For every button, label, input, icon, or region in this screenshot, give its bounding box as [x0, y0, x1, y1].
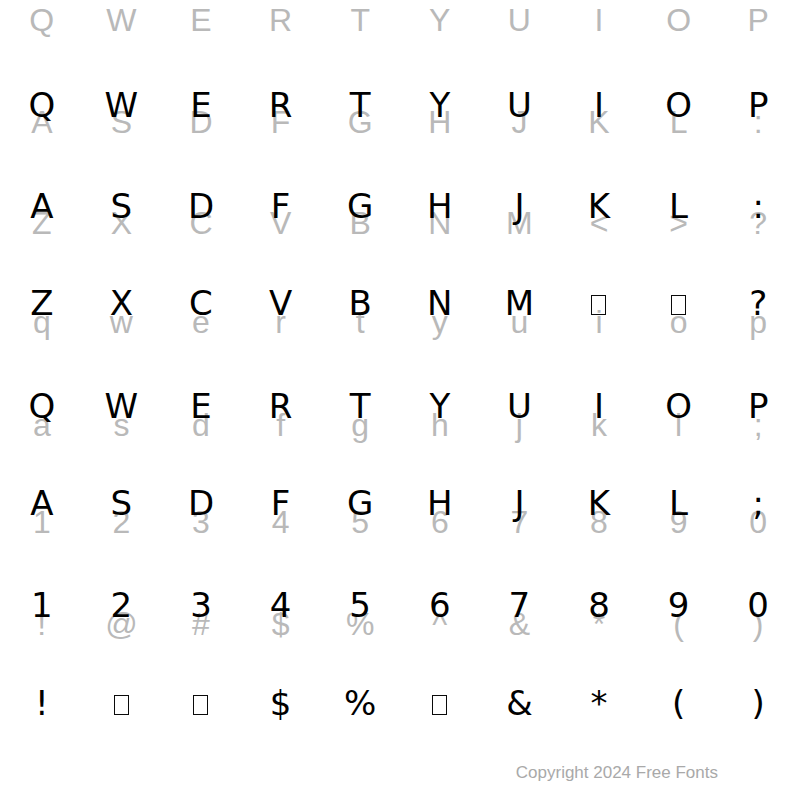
font-glyph-cell: & [480, 683, 560, 723]
font-glyph-cell: 6 [400, 585, 480, 625]
font-glyph-cell: Z [2, 283, 82, 323]
font-glyph-cell: 0 [718, 585, 798, 625]
font-glyph-cell: P [718, 85, 798, 125]
font-glyph-cell: L [639, 483, 719, 523]
font-glyph-cell: X [82, 283, 162, 323]
missing-glyph-cell [400, 683, 480, 723]
font-glyph-cell: 2 [82, 585, 162, 625]
font-glyph-cell: ( [639, 683, 719, 723]
font-glyph-cell: R [241, 386, 321, 426]
font-glyph-cell: 3 [161, 585, 241, 625]
font-glyph-cell: P [718, 386, 798, 426]
glyph-row-4: QWERTYUIOP [2, 386, 798, 426]
font-glyph-cell: E [161, 386, 241, 426]
font-glyph-cell: C [161, 283, 241, 323]
missing-glyph-cell [559, 283, 639, 323]
font-glyph-cell: Y [400, 85, 480, 125]
font-glyph-cell: Q [2, 386, 82, 426]
font-glyph-cell: 1 [2, 585, 82, 625]
font-glyph-cell: S [82, 186, 162, 226]
font-glyph-cell: H [400, 186, 480, 226]
font-glyph-cell: L [639, 186, 719, 226]
font-glyph-cell: G [320, 483, 400, 523]
glyph-row-7: !$%&*() [2, 683, 798, 723]
font-glyph-cell: K [559, 186, 639, 226]
glyph-row-6: 1234567890 [2, 585, 798, 625]
glyph-row-1: QWERTYUIOP [2, 85, 798, 125]
font-glyph-cell: ) [718, 683, 798, 723]
notdef-box-icon [671, 295, 686, 315]
font-glyph-cell: F [241, 483, 321, 523]
font-glyph-cell: J [480, 483, 560, 523]
notdef-box-icon [114, 695, 129, 715]
font-glyph-layer: QWERTYUIOP ASDFGHJKL: ZXCVBNM? QWERTYUIO… [0, 0, 800, 800]
font-glyph-cell: W [82, 386, 162, 426]
font-glyph-cell: $ [241, 683, 321, 723]
font-glyph-cell: G [320, 186, 400, 226]
font-glyph-cell: T [320, 386, 400, 426]
font-glyph-cell: : [718, 186, 798, 226]
font-glyph-cell: 8 [559, 585, 639, 625]
notdef-box-icon [193, 695, 208, 715]
font-glyph-cell: 9 [639, 585, 719, 625]
font-glyph-cell: 4 [241, 585, 321, 625]
font-glyph-cell: Y [400, 386, 480, 426]
font-glyph-cell: H [400, 483, 480, 523]
font-glyph-cell: D [161, 483, 241, 523]
notdef-box-icon [432, 695, 447, 715]
font-glyph-cell: M [480, 283, 560, 323]
font-glyph-cell: Q [2, 85, 82, 125]
font-glyph-cell: I [559, 386, 639, 426]
missing-glyph-cell [82, 683, 162, 723]
font-glyph-cell: V [241, 283, 321, 323]
font-glyph-cell: * [559, 683, 639, 723]
font-glyph-cell: O [639, 85, 719, 125]
font-glyph-cell: U [480, 85, 560, 125]
font-glyph-cell: ? [718, 283, 798, 323]
notdef-box-icon [591, 295, 606, 315]
font-glyph-cell: 5 [320, 585, 400, 625]
missing-glyph-cell [161, 683, 241, 723]
font-glyph-cell: A [2, 483, 82, 523]
font-glyph-cell: S [82, 483, 162, 523]
font-glyph-cell: J [480, 186, 560, 226]
font-glyph-cell: O [639, 386, 719, 426]
font-glyph-cell: 7 [480, 585, 560, 625]
font-glyph-cell: % [320, 683, 400, 723]
font-glyph-cell: K [559, 483, 639, 523]
font-glyph-cell: D [161, 186, 241, 226]
font-glyph-cell: R [241, 85, 321, 125]
copyright-text: Copyright 2024 Free Fonts [516, 761, 718, 785]
font-glyph-cell: N [400, 283, 480, 323]
glyph-row-5: ASDFGHJKL; [2, 483, 798, 523]
font-glyph-cell: F [241, 186, 321, 226]
glyph-row-3: ZXCVBNM? [2, 283, 798, 323]
font-glyph-cell: B [320, 283, 400, 323]
font-glyph-cell: W [82, 85, 162, 125]
font-glyph-cell: A [2, 186, 82, 226]
font-specimen-sheet: QWERTYUIOP ASDFGHJKL: ZXCVBNM<>? qwertyu… [0, 0, 800, 800]
font-glyph-cell: U [480, 386, 560, 426]
missing-glyph-cell [639, 283, 719, 323]
font-glyph-cell: E [161, 85, 241, 125]
font-glyph-cell: ; [718, 483, 798, 523]
font-glyph-cell: I [559, 85, 639, 125]
font-glyph-cell: ! [2, 683, 82, 723]
glyph-row-2: ASDFGHJKL: [2, 186, 798, 226]
font-glyph-cell: T [320, 85, 400, 125]
